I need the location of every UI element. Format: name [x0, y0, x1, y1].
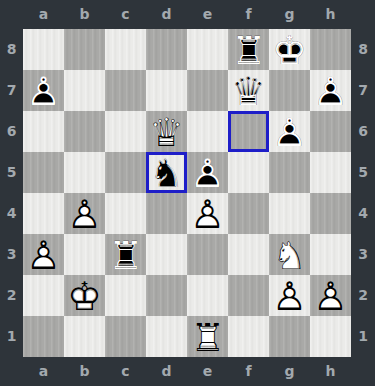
square-d4[interactable]	[146, 193, 187, 234]
file-label-g: g	[269, 357, 310, 386]
square-d6[interactable]: ♛♕	[146, 111, 187, 152]
white-knight-glyph: ♞	[269, 234, 310, 275]
chess-board-frame: abcdefgh 87654321 ♜♖♚♔♟♙♛♕♟♙♛♕♟♙♞♘♟♙♟♙♟♙…	[0, 0, 375, 386]
black-knight-glyph: ♞	[146, 152, 187, 193]
white-pawn-glyph: ♟	[64, 193, 105, 234]
piece-white-queen[interactable]: ♛♕	[146, 111, 187, 152]
square-h5[interactable]	[310, 152, 351, 193]
rank-label-8: 8	[0, 29, 23, 70]
square-h4[interactable]	[310, 193, 351, 234]
square-h6[interactable]	[310, 111, 351, 152]
black-pawn-glyph: ♟	[310, 70, 351, 111]
piece-black-pawn[interactable]: ♟♙	[187, 152, 228, 193]
black-pawn-detail-glyph: ♙	[269, 111, 310, 152]
file-label-b: b	[64, 0, 105, 29]
rank-label-8: 8	[351, 29, 375, 70]
white-queen-detail-glyph: ♕	[146, 111, 187, 152]
black-knight-detail-glyph: ♘	[146, 152, 187, 193]
white-knight-detail-glyph: ♘	[269, 234, 310, 275]
square-c1[interactable]	[105, 316, 146, 357]
rank-label-1: 1	[0, 316, 23, 357]
rank-label-7: 7	[0, 70, 23, 111]
piece-white-pawn[interactable]: ♟♙	[187, 193, 228, 234]
rank-label-7: 7	[351, 70, 375, 111]
square-f1[interactable]	[228, 316, 269, 357]
white-pawn-detail-glyph: ♙	[187, 193, 228, 234]
black-rook-detail-glyph: ♖	[105, 234, 146, 275]
square-g5[interactable]	[269, 152, 310, 193]
file-label-a: a	[23, 357, 64, 386]
square-b6[interactable]	[64, 111, 105, 152]
chess-board: ♜♖♚♔♟♙♛♕♟♙♛♕♟♙♞♘♟♙♟♙♟♙♟♙♜♖♞♘♚♔♟♙♟♙♜♖	[23, 29, 351, 357]
square-f3[interactable]	[228, 234, 269, 275]
square-f5[interactable]	[228, 152, 269, 193]
square-f8[interactable]: ♜♖	[228, 29, 269, 70]
square-a1[interactable]	[23, 316, 64, 357]
file-label-a: a	[23, 0, 64, 29]
white-pawn-glyph: ♟	[310, 275, 351, 316]
file-label-g: g	[269, 0, 310, 29]
square-b8[interactable]	[64, 29, 105, 70]
piece-black-king[interactable]: ♚♔	[269, 29, 310, 70]
square-e5[interactable]: ♟♙	[187, 152, 228, 193]
file-label-h: h	[310, 357, 351, 386]
square-c6[interactable]	[105, 111, 146, 152]
rank-label-4: 4	[351, 193, 375, 234]
square-h8[interactable]	[310, 29, 351, 70]
black-pawn-detail-glyph: ♙	[23, 70, 64, 111]
square-a7[interactable]: ♟♙	[23, 70, 64, 111]
square-b3[interactable]	[64, 234, 105, 275]
black-rook-glyph: ♜	[105, 234, 146, 275]
black-rook-detail-glyph: ♖	[228, 29, 269, 70]
square-d3[interactable]	[146, 234, 187, 275]
file-label-d: d	[146, 0, 187, 29]
file-label-f: f	[228, 357, 269, 386]
piece-white-knight[interactable]: ♞♘	[269, 234, 310, 275]
rank-label-1: 1	[351, 316, 375, 357]
piece-black-pawn[interactable]: ♟♙	[23, 70, 64, 111]
square-c5[interactable]	[105, 152, 146, 193]
square-b1[interactable]	[64, 316, 105, 357]
square-d7[interactable]	[146, 70, 187, 111]
white-queen-glyph: ♛	[146, 111, 187, 152]
black-pawn-glyph: ♟	[187, 152, 228, 193]
square-e2[interactable]	[187, 275, 228, 316]
file-label-d: d	[146, 357, 187, 386]
square-b7[interactable]	[64, 70, 105, 111]
piece-black-queen[interactable]: ♛♕	[228, 70, 269, 111]
white-pawn-glyph: ♟	[269, 275, 310, 316]
piece-white-pawn[interactable]: ♟♙	[269, 275, 310, 316]
black-queen-glyph: ♛	[228, 70, 269, 111]
file-label-c: c	[105, 0, 146, 29]
piece-black-rook[interactable]: ♜♖	[228, 29, 269, 70]
black-king-glyph: ♚	[269, 29, 310, 70]
rank-label-3: 3	[351, 234, 375, 275]
square-e1[interactable]: ♜♖	[187, 316, 228, 357]
square-c8[interactable]	[105, 29, 146, 70]
black-pawn-detail-glyph: ♙	[310, 70, 351, 111]
piece-black-pawn[interactable]: ♟♙	[269, 111, 310, 152]
piece-black-knight[interactable]: ♞♘	[146, 152, 187, 193]
rank-labels-left: 87654321	[0, 29, 23, 357]
square-a4[interactable]	[23, 193, 64, 234]
file-labels-top: abcdefgh	[23, 0, 351, 29]
piece-black-pawn[interactable]: ♟♙	[310, 70, 351, 111]
white-pawn-glyph: ♟	[187, 193, 228, 234]
square-e6[interactable]	[187, 111, 228, 152]
square-f6[interactable]	[228, 111, 269, 152]
square-g7[interactable]	[269, 70, 310, 111]
square-g8[interactable]: ♚♔	[269, 29, 310, 70]
square-h7[interactable]: ♟♙	[310, 70, 351, 111]
square-b2[interactable]: ♚♔	[64, 275, 105, 316]
square-a5[interactable]	[23, 152, 64, 193]
black-queen-detail-glyph: ♕	[228, 70, 269, 111]
square-d8[interactable]	[146, 29, 187, 70]
square-d5[interactable]: ♞♘	[146, 152, 187, 193]
square-d2[interactable]	[146, 275, 187, 316]
square-g6[interactable]: ♟♙	[269, 111, 310, 152]
rank-label-3: 3	[0, 234, 23, 275]
white-king-detail-glyph: ♔	[64, 275, 105, 316]
piece-black-rook[interactable]: ♜♖	[105, 234, 146, 275]
file-label-h: h	[310, 0, 351, 29]
square-e3[interactable]	[187, 234, 228, 275]
square-d1[interactable]	[146, 316, 187, 357]
square-g3[interactable]: ♞♘	[269, 234, 310, 275]
black-pawn-glyph: ♟	[23, 70, 64, 111]
piece-white-rook[interactable]: ♜♖	[187, 316, 228, 357]
square-c4[interactable]	[105, 193, 146, 234]
white-rook-glyph: ♜	[187, 316, 228, 357]
rank-label-5: 5	[351, 152, 375, 193]
rank-label-6: 6	[0, 111, 23, 152]
square-f7[interactable]: ♛♕	[228, 70, 269, 111]
rank-label-5: 5	[0, 152, 23, 193]
square-b5[interactable]	[64, 152, 105, 193]
file-label-e: e	[187, 0, 228, 29]
white-pawn-detail-glyph: ♙	[23, 234, 64, 275]
square-a3[interactable]: ♟♙	[23, 234, 64, 275]
file-labels-bottom: abcdefgh	[23, 357, 351, 386]
rank-labels-right: 87654321	[351, 29, 375, 357]
piece-white-pawn[interactable]: ♟♙	[310, 275, 351, 316]
piece-white-king[interactable]: ♚♔	[64, 275, 105, 316]
black-pawn-detail-glyph: ♙	[187, 152, 228, 193]
square-a2[interactable]	[23, 275, 64, 316]
black-king-detail-glyph: ♔	[269, 29, 310, 70]
file-label-f: f	[228, 0, 269, 29]
rank-label-6: 6	[351, 111, 375, 152]
white-rook-detail-glyph: ♖	[187, 316, 228, 357]
square-e4[interactable]: ♟♙	[187, 193, 228, 234]
file-label-e: e	[187, 357, 228, 386]
black-pawn-glyph: ♟	[269, 111, 310, 152]
square-c7[interactable]	[105, 70, 146, 111]
square-e7[interactable]	[187, 70, 228, 111]
square-c3[interactable]: ♜♖	[105, 234, 146, 275]
white-pawn-detail-glyph: ♙	[310, 275, 351, 316]
white-king-glyph: ♚	[64, 275, 105, 316]
piece-white-pawn[interactable]: ♟♙	[23, 234, 64, 275]
file-label-b: b	[64, 357, 105, 386]
square-g1[interactable]	[269, 316, 310, 357]
square-g4[interactable]	[269, 193, 310, 234]
square-f2[interactable]	[228, 275, 269, 316]
square-g2[interactable]: ♟♙	[269, 275, 310, 316]
white-pawn-detail-glyph: ♙	[269, 275, 310, 316]
square-b4[interactable]: ♟♙	[64, 193, 105, 234]
square-h1[interactable]	[310, 316, 351, 357]
square-h2[interactable]: ♟♙	[310, 275, 351, 316]
black-rook-glyph: ♜	[228, 29, 269, 70]
square-e8[interactable]	[187, 29, 228, 70]
square-c2[interactable]	[105, 275, 146, 316]
rank-label-2: 2	[351, 275, 375, 316]
white-pawn-detail-glyph: ♙	[64, 193, 105, 234]
rank-label-2: 2	[0, 275, 23, 316]
file-label-c: c	[105, 357, 146, 386]
square-a6[interactable]	[23, 111, 64, 152]
piece-white-pawn[interactable]: ♟♙	[64, 193, 105, 234]
square-f4[interactable]	[228, 193, 269, 234]
square-h3[interactable]	[310, 234, 351, 275]
square-a8[interactable]	[23, 29, 64, 70]
rank-label-4: 4	[0, 193, 23, 234]
white-pawn-glyph: ♟	[23, 234, 64, 275]
